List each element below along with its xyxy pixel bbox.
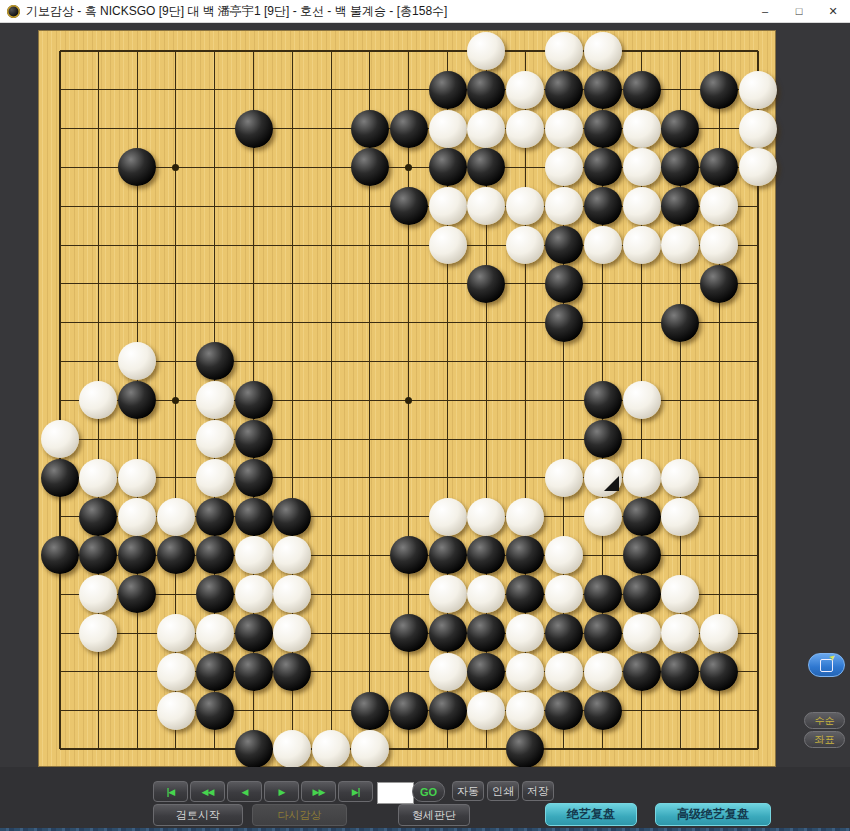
- stone-white: [584, 653, 622, 691]
- nav-fast-back-button[interactable]: ◀◀: [190, 781, 225, 802]
- stone-white: [661, 575, 699, 613]
- stone-black: [584, 187, 622, 225]
- stone-white: [467, 187, 505, 225]
- stone-white: [467, 32, 505, 70]
- stone-white: [545, 653, 583, 691]
- stone-black: [584, 575, 622, 613]
- stone-white: [312, 730, 350, 768]
- stone-black: [235, 459, 273, 497]
- stone-black: [235, 498, 273, 536]
- stone-black: [700, 265, 738, 303]
- stone-white: [506, 692, 544, 730]
- stone-white: [545, 148, 583, 186]
- stone-black: [700, 148, 738, 186]
- stone-black: [41, 459, 79, 497]
- stone-white: [545, 575, 583, 613]
- export-button[interactable]: [808, 653, 845, 677]
- stone-white: [506, 653, 544, 691]
- stone-black: [467, 148, 505, 186]
- stone-black: [467, 265, 505, 303]
- stone-white: [467, 498, 505, 536]
- nav-last-button[interactable]: ▶|: [338, 781, 373, 802]
- stone-white: [467, 692, 505, 730]
- stone-black: [584, 71, 622, 109]
- stone-black: [390, 692, 428, 730]
- auto-button[interactable]: 자동: [452, 781, 484, 801]
- stone-black: [157, 536, 195, 574]
- nav-fast-forward-button[interactable]: ▶▶: [301, 781, 336, 802]
- stone-black: [661, 110, 699, 148]
- stone-black: [545, 304, 583, 342]
- stone-white: [739, 148, 777, 186]
- stone-white: [157, 653, 195, 691]
- stone-white: [273, 575, 311, 613]
- stone-black: [584, 110, 622, 148]
- stone-white: [661, 614, 699, 652]
- app-logo-icon: [7, 5, 20, 18]
- stone-black: [273, 653, 311, 691]
- stone-black: [429, 148, 467, 186]
- stone-black: [467, 536, 505, 574]
- stone-white: [41, 420, 79, 458]
- stone-black: [235, 614, 273, 652]
- stone-black: [235, 730, 273, 768]
- stone-black: [623, 575, 661, 613]
- stone-black: [584, 692, 622, 730]
- stone-white: [467, 110, 505, 148]
- stone-white: [545, 459, 583, 497]
- stone-black: [196, 342, 234, 380]
- print-button[interactable]: 인쇄: [487, 781, 519, 801]
- stone-white: [739, 110, 777, 148]
- stone-black: [118, 536, 156, 574]
- bottom-toolbar: |◀ ◀◀ ◀ ▶ ▶▶ ▶| GO 자동 인쇄 저장 검토시작 다시감상 형세…: [0, 767, 850, 831]
- stone-black: [390, 536, 428, 574]
- stone-white: [623, 381, 661, 419]
- stone-white: [623, 459, 661, 497]
- window-title: 기보감상 - 흑 NICKSGO [9단] 대 백 潘亭宇1 [9단] - 호선…: [26, 3, 447, 20]
- stone-white: [429, 498, 467, 536]
- maximize-button[interactable]: □: [782, 0, 816, 22]
- stone-white: [739, 71, 777, 109]
- stone-black: [700, 653, 738, 691]
- stone-black: [196, 498, 234, 536]
- stone-black: [545, 692, 583, 730]
- stone-black: [118, 575, 156, 613]
- stone-white: [661, 498, 699, 536]
- stone-white: [506, 226, 544, 264]
- stone-white: [273, 536, 311, 574]
- stone-white: [506, 498, 544, 536]
- stone-black: [429, 71, 467, 109]
- stone-white: [157, 692, 195, 730]
- last-move-triangle-marker: [604, 476, 619, 491]
- stone-white: [429, 575, 467, 613]
- move-number-input[interactable]: [377, 782, 414, 804]
- stone-white: [79, 381, 117, 419]
- stone-white: [545, 110, 583, 148]
- stone-black: [196, 536, 234, 574]
- stone-white: [623, 614, 661, 652]
- stone-white: [79, 614, 117, 652]
- stone-white: [623, 110, 661, 148]
- stone-black: [79, 536, 117, 574]
- stone-black: [584, 614, 622, 652]
- stone-black: [429, 614, 467, 652]
- nav-forward-button[interactable]: ▶: [264, 781, 299, 802]
- close-button[interactable]: ✕: [816, 0, 850, 22]
- stone-black: [545, 71, 583, 109]
- stone-black: [661, 653, 699, 691]
- stone-black: [623, 536, 661, 574]
- stone-white: [429, 187, 467, 225]
- stone-white: [584, 226, 622, 264]
- stone-black: [584, 381, 622, 419]
- stone-black: [196, 653, 234, 691]
- stone-black: [623, 498, 661, 536]
- stone-white: [623, 226, 661, 264]
- stone-white: [273, 730, 311, 768]
- stone-black: [467, 653, 505, 691]
- stone-black: [661, 187, 699, 225]
- save-button[interactable]: 저장: [522, 781, 554, 801]
- stone-white: [545, 536, 583, 574]
- stone-black: [661, 148, 699, 186]
- stone-white: [584, 498, 622, 536]
- stone-black: [545, 265, 583, 303]
- grid-line-h: [60, 748, 758, 750]
- stone-black: [506, 575, 544, 613]
- window-controls: – □ ✕: [748, 0, 850, 22]
- stone-white: [700, 614, 738, 652]
- export-icon: [820, 659, 833, 672]
- stone-white: [429, 110, 467, 148]
- stone-black: [273, 498, 311, 536]
- stone-black: [584, 148, 622, 186]
- title-bar: 기보감상 - 흑 NICKSGO [9단] 대 백 潘亭宇1 [9단] - 호선…: [0, 0, 850, 23]
- stone-black: [41, 536, 79, 574]
- star-point: [172, 397, 179, 404]
- star-point: [405, 164, 412, 171]
- stone-black: [467, 614, 505, 652]
- stone-black: [467, 71, 505, 109]
- stone-black: [545, 226, 583, 264]
- stone-white: [351, 730, 389, 768]
- stone-black: [235, 110, 273, 148]
- stone-white: [235, 575, 273, 613]
- stone-black: [506, 730, 544, 768]
- stone-black: [351, 148, 389, 186]
- stone-black: [118, 381, 156, 419]
- stone-black: [79, 498, 117, 536]
- stone-black: [390, 110, 428, 148]
- stone-white: [118, 498, 156, 536]
- nav-first-button[interactable]: |◀: [153, 781, 188, 802]
- nav-back-button[interactable]: ◀: [227, 781, 262, 802]
- stone-white: [235, 536, 273, 574]
- fineart-review-button[interactable]: 绝艺复盘: [545, 803, 637, 826]
- stone-black: [351, 110, 389, 148]
- coordinates-toggle[interactable]: 좌표: [804, 731, 845, 748]
- stone-white: [584, 459, 622, 497]
- stone-black: [506, 536, 544, 574]
- stone-black: [196, 575, 234, 613]
- stone-white: [196, 420, 234, 458]
- stone-black: [545, 614, 583, 652]
- stone-white: [196, 381, 234, 419]
- stone-white: [545, 187, 583, 225]
- minimize-button[interactable]: –: [748, 0, 782, 22]
- stone-black: [623, 71, 661, 109]
- stone-white: [506, 614, 544, 652]
- stone-white: [273, 614, 311, 652]
- star-point: [172, 164, 179, 171]
- stone-black: [196, 692, 234, 730]
- stone-black: [584, 420, 622, 458]
- stone-white: [157, 614, 195, 652]
- stone-black: [390, 187, 428, 225]
- stone-white: [79, 575, 117, 613]
- stone-white: [429, 653, 467, 691]
- stone-black: [235, 381, 273, 419]
- stone-white: [196, 459, 234, 497]
- stone-white: [506, 110, 544, 148]
- goban[interactable]: [38, 30, 776, 767]
- stone-black: [700, 71, 738, 109]
- position-judge-button[interactable]: 형세판단: [398, 804, 470, 826]
- stone-white: [118, 342, 156, 380]
- review-start-button[interactable]: 검토시작: [153, 804, 243, 826]
- stone-white: [157, 498, 195, 536]
- stone-white: [623, 187, 661, 225]
- stone-white: [196, 614, 234, 652]
- stone-white: [584, 32, 622, 70]
- go-button[interactable]: GO: [412, 781, 445, 802]
- stone-white: [623, 148, 661, 186]
- stone-white: [506, 187, 544, 225]
- stone-white: [661, 226, 699, 264]
- stone-black: [390, 614, 428, 652]
- stone-white: [700, 187, 738, 225]
- stone-white: [506, 71, 544, 109]
- replay-button-disabled: 다시감상: [252, 804, 347, 826]
- stone-black: [235, 653, 273, 691]
- stone-white: [429, 226, 467, 264]
- stone-black: [235, 420, 273, 458]
- stone-black: [351, 692, 389, 730]
- stone-black: [118, 148, 156, 186]
- move-numbers-toggle[interactable]: 수순: [804, 712, 845, 729]
- stone-black: [661, 304, 699, 342]
- fineart-advanced-review-button[interactable]: 高级绝艺复盘: [655, 803, 771, 826]
- star-point: [405, 397, 412, 404]
- stone-white: [79, 459, 117, 497]
- stone-white: [700, 226, 738, 264]
- stone-white: [467, 575, 505, 613]
- grid-line-h: [60, 439, 758, 440]
- stone-black: [623, 653, 661, 691]
- stone-white: [661, 459, 699, 497]
- stone-white: [118, 459, 156, 497]
- stone-white: [545, 32, 583, 70]
- stone-black: [429, 692, 467, 730]
- stone-black: [429, 536, 467, 574]
